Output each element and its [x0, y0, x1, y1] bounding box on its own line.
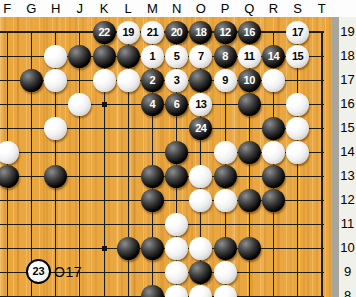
go-stone-R17[interactable] [262, 69, 285, 92]
go-stone-O9[interactable] [189, 261, 212, 284]
row-label-18: 18 [339, 48, 356, 64]
go-stone-Q12[interactable] [238, 189, 261, 212]
go-stone-H13[interactable] [44, 165, 67, 188]
column-label-G: G [22, 1, 40, 16]
go-stone-N17[interactable]: 3 [165, 69, 188, 92]
column-label-N: N [168, 1, 186, 16]
go-stone-P13[interactable] [214, 165, 237, 188]
row-label-15: 15 [339, 120, 356, 136]
column-label-J: J [71, 1, 89, 16]
go-stone-P12[interactable] [214, 189, 237, 212]
caption-text: O17 [54, 264, 82, 280]
go-stone-F13[interactable] [0, 165, 19, 188]
go-stone-R12[interactable] [262, 189, 285, 212]
go-stone-N11[interactable] [165, 213, 188, 236]
row-label-17: 17 [339, 72, 356, 88]
row-label-10: 10 [339, 240, 356, 256]
column-label-M: M [143, 1, 161, 16]
column-label-O: O [192, 1, 210, 16]
move-caption: 23 O17 [26, 259, 82, 284]
board-edge-shadow [332, 17, 339, 297]
go-stone-H18[interactable] [44, 45, 67, 68]
go-stone-P18[interactable]: 8 [214, 45, 237, 68]
go-stone-O17[interactable] [189, 69, 212, 92]
go-stone-M10[interactable] [141, 237, 164, 260]
go-stone-R18[interactable]: 14 [262, 45, 285, 68]
column-label-T: T [313, 1, 331, 16]
grid-line-col-S [297, 31, 298, 297]
go-stone-J18[interactable] [68, 45, 91, 68]
go-stone-N10[interactable] [165, 237, 188, 260]
go-stone-S19[interactable]: 17 [286, 21, 309, 44]
go-stone-N14[interactable] [165, 141, 188, 164]
row-label-13: 13 [339, 168, 356, 184]
go-stone-P10[interactable] [214, 237, 237, 260]
go-stone-P14[interactable] [214, 141, 237, 164]
go-stone-L18[interactable] [117, 45, 140, 68]
go-stone-Q18[interactable]: 11 [238, 45, 261, 68]
caption-white-stone-icon: 23 [26, 259, 51, 284]
row-label-11: 11 [339, 216, 356, 232]
row-label-8: 8 [339, 288, 356, 297]
go-stone-G17[interactable] [20, 69, 43, 92]
go-stone-S18[interactable]: 15 [286, 45, 309, 68]
go-stone-F14[interactable] [0, 141, 19, 164]
go-stone-Q16[interactable] [238, 93, 261, 116]
go-stone-S14[interactable] [286, 141, 309, 164]
go-diagram-window: 23 O17 FGHJKLMNOPQRST1918171615141312111… [0, 0, 356, 297]
row-label-12: 12 [339, 192, 356, 208]
row-label-14: 14 [339, 144, 356, 160]
go-stone-N9[interactable] [165, 261, 188, 284]
grid-line-row-11 [0, 224, 324, 225]
go-stone-P19[interactable]: 12 [214, 21, 237, 44]
go-stone-O16[interactable]: 13 [189, 93, 212, 116]
go-stone-R13[interactable] [262, 165, 285, 188]
go-stone-R14[interactable] [262, 141, 285, 164]
star-point-K16 [102, 102, 107, 107]
go-stone-L10[interactable] [117, 237, 140, 260]
go-stone-P17[interactable]: 9 [214, 69, 237, 92]
go-stone-N16[interactable]: 6 [165, 93, 188, 116]
go-stone-M13[interactable] [141, 165, 164, 188]
go-stone-L17[interactable] [117, 69, 140, 92]
column-label-R: R [264, 1, 282, 16]
go-stone-K18[interactable] [93, 45, 116, 68]
column-label-P: P [216, 1, 234, 16]
go-stone-M18[interactable]: 1 [141, 45, 164, 68]
column-label-L: L [119, 1, 137, 16]
go-stone-O13[interactable] [189, 165, 212, 188]
column-label-K: K [95, 1, 113, 16]
go-stone-N18[interactable]: 5 [165, 45, 188, 68]
go-stone-M12[interactable] [141, 189, 164, 212]
column-label-Q: Q [240, 1, 258, 16]
go-stone-L19[interactable]: 19 [117, 21, 140, 44]
row-label-16: 16 [339, 96, 356, 112]
go-stone-P9[interactable] [214, 261, 237, 284]
go-stone-M19[interactable]: 21 [141, 21, 164, 44]
row-label-9: 9 [339, 264, 356, 280]
go-stone-S15[interactable] [286, 117, 309, 140]
go-stone-Q19[interactable]: 16 [238, 21, 261, 44]
go-stone-M16[interactable]: 4 [141, 93, 164, 116]
grid-line-col-J [79, 31, 80, 297]
go-stone-N19[interactable]: 20 [165, 21, 188, 44]
go-stone-O10[interactable] [189, 237, 212, 260]
column-label-S: S [289, 1, 307, 16]
row-label-19: 19 [339, 24, 356, 40]
go-stone-O19[interactable]: 18 [189, 21, 212, 44]
go-stone-N13[interactable] [165, 165, 188, 188]
go-stone-K17[interactable] [93, 69, 116, 92]
grid-line-col-T [321, 31, 323, 297]
go-stone-J16[interactable] [68, 93, 91, 116]
go-stone-H15[interactable] [44, 117, 67, 140]
go-stone-R15[interactable] [262, 117, 285, 140]
go-stone-Q14[interactable] [238, 141, 261, 164]
go-stone-Q10[interactable] [238, 237, 261, 260]
go-stone-S16[interactable] [286, 93, 309, 116]
go-stone-H17[interactable] [44, 69, 67, 92]
column-label-F: F [0, 1, 16, 16]
go-stone-M17[interactable]: 2 [141, 69, 164, 92]
go-stone-Q17[interactable]: 10 [238, 69, 261, 92]
column-label-H: H [47, 1, 65, 16]
go-stone-O18[interactable]: 7 [189, 45, 212, 68]
go-stone-O15[interactable]: 24 [189, 117, 212, 140]
go-stone-K19[interactable]: 22 [93, 21, 116, 44]
go-stone-O12[interactable] [189, 189, 212, 212]
star-point-K10 [102, 246, 107, 251]
